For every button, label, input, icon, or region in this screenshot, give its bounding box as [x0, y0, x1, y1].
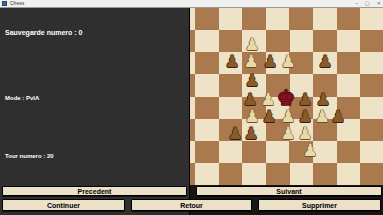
brown-pawn[interactable]: ♟ — [243, 123, 258, 143]
board-square[interactable] — [219, 163, 243, 185]
board-square[interactable] — [242, 163, 266, 185]
board-square[interactable] — [242, 141, 266, 163]
white-pawn[interactable]: ♟ — [302, 140, 317, 160]
board-square[interactable] — [360, 97, 383, 119]
white-pawn[interactable]: ♟ — [280, 51, 295, 71]
board-square[interactable] — [266, 30, 290, 52]
board-square[interactable] — [266, 141, 290, 163]
close-icon[interactable]: ✕ — [377, 0, 381, 7]
board-square[interactable] — [360, 8, 383, 30]
chess-board[interactable]: ♟♟♟♟♟♟♟♟♟♚♟♟♟♟♟♟♟♟♟♟♟♟♟ — [190, 8, 383, 185]
board-square[interactable] — [290, 30, 314, 52]
board-square[interactable] — [219, 74, 243, 96]
board-square[interactable] — [195, 74, 219, 96]
board-square[interactable] — [195, 52, 219, 74]
minimize-icon[interactable]: – — [355, 0, 358, 7]
board-square[interactable] — [360, 141, 383, 163]
board-square[interactable] — [313, 30, 337, 52]
next-button[interactable]: Suivant — [196, 186, 382, 196]
mode-label: Mode : PvIA — [5, 95, 39, 101]
delete-button[interactable]: Supprimer — [258, 199, 381, 211]
board-square[interactable] — [360, 163, 383, 185]
brown-pawn[interactable]: ♟ — [261, 106, 276, 126]
board-square[interactable] — [337, 163, 361, 185]
brown-pawn[interactable]: ♟ — [330, 106, 345, 126]
title-bar: Chess – ▢ ✕ — [0, 0, 383, 8]
board-square[interactable] — [219, 141, 243, 163]
board-square[interactable] — [337, 8, 361, 30]
board-square[interactable] — [337, 30, 361, 52]
board-square[interactable] — [360, 52, 383, 74]
board-square[interactable] — [266, 8, 290, 30]
board-square[interactable] — [195, 119, 219, 141]
maximize-icon[interactable]: ▢ — [365, 0, 370, 7]
board-square[interactable] — [242, 8, 266, 30]
board-square[interactable] — [290, 8, 314, 30]
board-square[interactable] — [360, 119, 383, 141]
board-square[interactable] — [195, 163, 219, 185]
board-square[interactable] — [195, 30, 219, 52]
board-square[interactable] — [313, 163, 337, 185]
board-square[interactable] — [219, 8, 243, 30]
brown-pawn[interactable]: ♟ — [317, 51, 332, 71]
white-pawn[interactable]: ♟ — [280, 123, 295, 143]
board-square[interactable] — [360, 74, 383, 96]
info-panel: Sauvegarde numero : 0 Mode : PvIA Tour n… — [0, 8, 189, 215]
white-pawn[interactable]: ♟ — [314, 106, 329, 126]
back-button[interactable]: Retour — [131, 199, 252, 211]
board-square[interactable] — [290, 163, 314, 185]
brown-pawn[interactable]: ♟ — [262, 51, 277, 71]
board-square[interactable] — [313, 8, 337, 30]
brown-pawn[interactable]: ♟ — [244, 70, 259, 90]
board-square[interactable] — [337, 74, 361, 96]
board-square[interactable] — [195, 8, 219, 30]
white-pawn[interactable]: ♟ — [243, 51, 258, 71]
brown-pawn[interactable]: ♟ — [227, 123, 242, 143]
continue-button[interactable]: Continuer — [2, 199, 125, 211]
board-square[interactable] — [195, 97, 219, 119]
brown-pawn[interactable]: ♟ — [224, 51, 239, 71]
board-square[interactable] — [266, 163, 290, 185]
board-square[interactable] — [337, 52, 361, 74]
app-icon — [2, 1, 7, 6]
save-number-label: Sauvegarde numero : 0 — [5, 29, 82, 36]
previous-button[interactable]: Precedent — [2, 186, 187, 196]
window-title: Chess — [10, 1, 24, 6]
board-square[interactable] — [360, 30, 383, 52]
board-square[interactable] — [195, 141, 219, 163]
board-square[interactable] — [219, 97, 243, 119]
board-square[interactable] — [337, 141, 361, 163]
board-square[interactable] — [219, 30, 243, 52]
turn-number-label: Tour numero : 20 — [5, 153, 54, 159]
